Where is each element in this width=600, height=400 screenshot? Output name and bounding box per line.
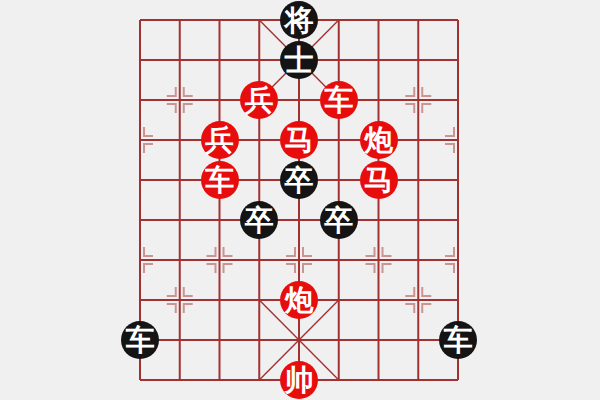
piece-red-soldier[interactable]: 兵 [240,81,278,119]
piece-red-chariot[interactable]: 车 [201,161,239,199]
piece-black-soldier[interactable]: 卒 [240,201,278,239]
piece-black-chariot[interactable]: 车 [439,321,477,359]
piece-black-soldier[interactable]: 卒 [320,201,358,239]
piece-black-chariot[interactable]: 车 [121,321,159,359]
piece-red-soldier[interactable]: 兵 [201,121,239,159]
xiangqi-board: 将士兵车兵马炮车卒马卒卒炮车车帅 [0,0,600,400]
piece-red-cannon[interactable]: 炮 [280,281,318,319]
piece-red-general[interactable]: 帅 [280,361,318,399]
board-grid: 将士兵车兵马炮车卒马卒卒炮车车帅 [120,0,478,400]
piece-black-advisor[interactable]: 士 [280,41,318,79]
piece-red-horse[interactable]: 马 [280,121,318,159]
piece-red-cannon[interactable]: 炮 [360,121,398,159]
piece-red-horse[interactable]: 马 [360,161,398,199]
piece-black-soldier[interactable]: 卒 [280,161,318,199]
piece-black-general[interactable]: 将 [280,1,318,39]
piece-red-chariot[interactable]: 车 [320,81,358,119]
